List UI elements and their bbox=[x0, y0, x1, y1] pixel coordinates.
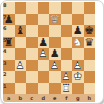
white-pawn-piece: ♟♙ bbox=[72, 60, 84, 72]
square-e8[interactable] bbox=[49, 2, 61, 14]
square-g8[interactable] bbox=[72, 2, 84, 14]
white-piece-fill: ♛ bbox=[49, 14, 61, 26]
black-piece-fill: ♟ bbox=[38, 37, 50, 49]
file-label-e: e bbox=[49, 94, 61, 102]
square-g7[interactable] bbox=[72, 14, 84, 26]
file-label-a: a bbox=[3, 94, 15, 102]
square-c6[interactable] bbox=[26, 25, 38, 37]
square-e4[interactable]: ♟ bbox=[49, 48, 61, 60]
square-f6[interactable] bbox=[61, 25, 73, 37]
black-pawn-piece: ♟ bbox=[38, 37, 50, 49]
square-f8[interactable] bbox=[61, 2, 73, 14]
file-labels-strip: abcdefgh bbox=[3, 94, 95, 102]
square-f2[interactable]: ♟♙ bbox=[61, 71, 73, 83]
black-piece-fill: ♟ bbox=[3, 14, 15, 26]
square-b3[interactable]: ♟♙ bbox=[15, 60, 27, 72]
square-d6[interactable] bbox=[38, 25, 50, 37]
square-e5[interactable] bbox=[49, 37, 61, 49]
square-e3[interactable]: ♟♙ bbox=[49, 60, 61, 72]
square-g6[interactable]: ♟ bbox=[72, 25, 84, 37]
square-c8[interactable] bbox=[26, 2, 38, 14]
white-pawn-piece: ♟♙ bbox=[38, 48, 50, 60]
square-b7[interactable] bbox=[15, 14, 27, 26]
square-e6[interactable] bbox=[49, 25, 61, 37]
square-g2[interactable]: ♚♔ bbox=[72, 71, 84, 83]
white-piece-fill: ♟ bbox=[61, 71, 73, 83]
chess-diagram-card: ♟♛♕♝♟♚♜♟♞♘♛♟♙♟♟♙♟♙♟♙♟♙♚♔♜♖87654321 abcde… bbox=[0, 0, 104, 104]
square-a5[interactable]: ♜ bbox=[3, 37, 15, 49]
square-b8[interactable] bbox=[15, 2, 27, 14]
square-a6[interactable] bbox=[3, 25, 15, 37]
file-label-c: c bbox=[26, 94, 38, 102]
file-label-f: f bbox=[61, 94, 73, 102]
white-king-piece: ♚♔ bbox=[72, 71, 84, 83]
square-c5[interactable] bbox=[26, 37, 38, 49]
white-pawn-piece: ♟♙ bbox=[15, 60, 27, 72]
white-piece-outline: ♙ bbox=[61, 71, 73, 83]
file-label-g: g bbox=[72, 94, 84, 102]
black-queen-piece: ♛ bbox=[84, 37, 96, 49]
square-e1[interactable] bbox=[49, 83, 61, 95]
square-b4[interactable] bbox=[15, 48, 27, 60]
square-d5[interactable]: ♟ bbox=[38, 37, 50, 49]
white-rook-piece: ♜♖ bbox=[61, 83, 73, 95]
square-b5[interactable] bbox=[15, 37, 27, 49]
white-piece-fill: ♟ bbox=[38, 48, 50, 60]
square-a4[interactable] bbox=[3, 48, 15, 60]
square-c2[interactable] bbox=[26, 71, 38, 83]
square-e2[interactable] bbox=[49, 71, 61, 83]
square-c4[interactable] bbox=[26, 48, 38, 60]
white-piece-outline: ♙ bbox=[49, 60, 61, 72]
square-c1[interactable] bbox=[26, 83, 38, 95]
black-piece-fill: ♚ bbox=[84, 25, 96, 37]
square-e7[interactable]: ♛♕ bbox=[49, 14, 61, 26]
square-d2[interactable] bbox=[38, 71, 50, 83]
black-piece-fill: ♜ bbox=[3, 37, 15, 49]
square-a3[interactable] bbox=[3, 60, 15, 72]
file-label-h: h bbox=[84, 94, 96, 102]
black-piece-fill: ♟ bbox=[72, 25, 84, 37]
black-piece-fill: ♟ bbox=[49, 48, 61, 60]
square-d3[interactable] bbox=[38, 60, 50, 72]
square-d4[interactable]: ♟♙ bbox=[38, 48, 50, 60]
white-piece-fill: ♜ bbox=[61, 83, 73, 95]
square-g4[interactable] bbox=[72, 48, 84, 60]
black-piece-fill: ♝ bbox=[15, 25, 27, 37]
square-a2[interactable] bbox=[3, 71, 15, 83]
square-g1[interactable] bbox=[72, 83, 84, 95]
square-c3[interactable] bbox=[26, 60, 38, 72]
square-b2[interactable] bbox=[15, 71, 27, 83]
square-g5[interactable]: ♞♘ bbox=[72, 37, 84, 49]
square-c7[interactable] bbox=[26, 14, 38, 26]
square-b6[interactable]: ♝ bbox=[15, 25, 27, 37]
file-label-d: d bbox=[38, 94, 50, 102]
square-f5[interactable] bbox=[61, 37, 73, 49]
file-label-b: b bbox=[15, 94, 27, 102]
black-pawn-piece: ♟ bbox=[3, 14, 15, 26]
square-b1[interactable] bbox=[15, 83, 27, 95]
white-piece-outline: ♔ bbox=[72, 71, 84, 83]
square-h7[interactable] bbox=[84, 14, 96, 26]
white-piece-fill: ♟ bbox=[49, 60, 61, 72]
white-piece-fill: ♟ bbox=[15, 60, 27, 72]
square-h2[interactable] bbox=[84, 71, 96, 83]
square-h1[interactable] bbox=[84, 83, 96, 95]
black-pawn-piece: ♟ bbox=[49, 48, 61, 60]
square-f4[interactable] bbox=[61, 48, 73, 60]
black-pawn-piece: ♟ bbox=[72, 25, 84, 37]
square-h8[interactable] bbox=[84, 2, 96, 14]
square-f1[interactable]: ♜♖ bbox=[61, 83, 73, 95]
white-piece-fill: ♟ bbox=[72, 60, 84, 72]
white-queen-piece: ♛♕ bbox=[49, 14, 61, 26]
square-h5[interactable]: ♛ bbox=[84, 37, 96, 49]
chess-board: ♟♛♕♝♟♚♜♟♞♘♛♟♙♟♟♙♟♙♟♙♟♙♚♔♜♖87654321 bbox=[3, 2, 95, 94]
black-king-piece: ♚ bbox=[84, 25, 96, 37]
square-h6[interactable]: ♚ bbox=[84, 25, 96, 37]
black-bishop-piece: ♝ bbox=[15, 25, 27, 37]
square-f3[interactable] bbox=[61, 60, 73, 72]
white-piece-outline: ♙ bbox=[72, 60, 84, 72]
white-piece-outline: ♕ bbox=[49, 14, 61, 26]
white-knight-piece: ♞♘ bbox=[72, 37, 84, 49]
white-pawn-piece: ♟♙ bbox=[61, 71, 73, 83]
square-a7[interactable]: ♟ bbox=[3, 14, 15, 26]
square-d7[interactable] bbox=[38, 14, 50, 26]
black-rook-piece: ♜ bbox=[3, 37, 15, 49]
square-d1[interactable] bbox=[38, 83, 50, 95]
square-g3[interactable]: ♟♙ bbox=[72, 60, 84, 72]
square-a1[interactable] bbox=[3, 83, 15, 95]
square-h3[interactable] bbox=[84, 60, 96, 72]
black-piece-fill: ♛ bbox=[84, 37, 96, 49]
white-piece-outline: ♙ bbox=[15, 60, 27, 72]
white-piece-outline: ♙ bbox=[38, 48, 50, 60]
square-f7[interactable] bbox=[61, 14, 73, 26]
square-a8[interactable] bbox=[3, 2, 15, 14]
white-piece-outline: ♘ bbox=[72, 37, 84, 49]
square-d8[interactable] bbox=[38, 2, 50, 14]
square-h4[interactable] bbox=[84, 48, 96, 60]
white-pawn-piece: ♟♙ bbox=[49, 60, 61, 72]
white-piece-fill: ♚ bbox=[72, 71, 84, 83]
white-piece-outline: ♖ bbox=[61, 83, 73, 95]
white-piece-fill: ♞ bbox=[72, 37, 84, 49]
